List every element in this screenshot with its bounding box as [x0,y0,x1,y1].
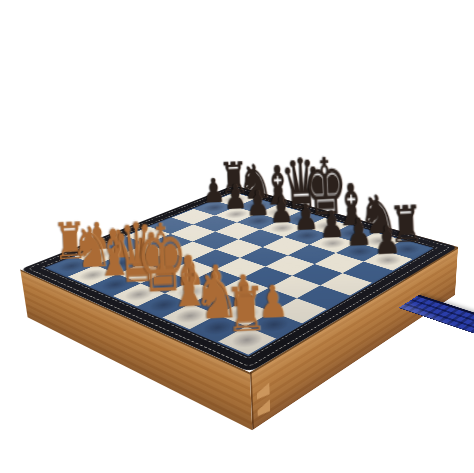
chess-set-photo: ♜♞♝♛♚♝♞♜♟♟♟♟♟♟♟♟♟♟♟♟♟♟♟♟♜♞♝♛♚♝♞♜ [0,0,474,473]
white-rook-glyph: ♜ [190,278,301,343]
black-pawn-glyph: ♟ [340,219,434,262]
dovetail-joint-notch [257,383,270,403]
chess-board-3d: ♜♞♝♛♚♝♞♜♟♟♟♟♟♟♟♟♟♟♟♟♟♟♟♟♜♞♝♛♚♝♞♜ [20,185,458,372]
dovetail-joint-notch [257,400,270,420]
